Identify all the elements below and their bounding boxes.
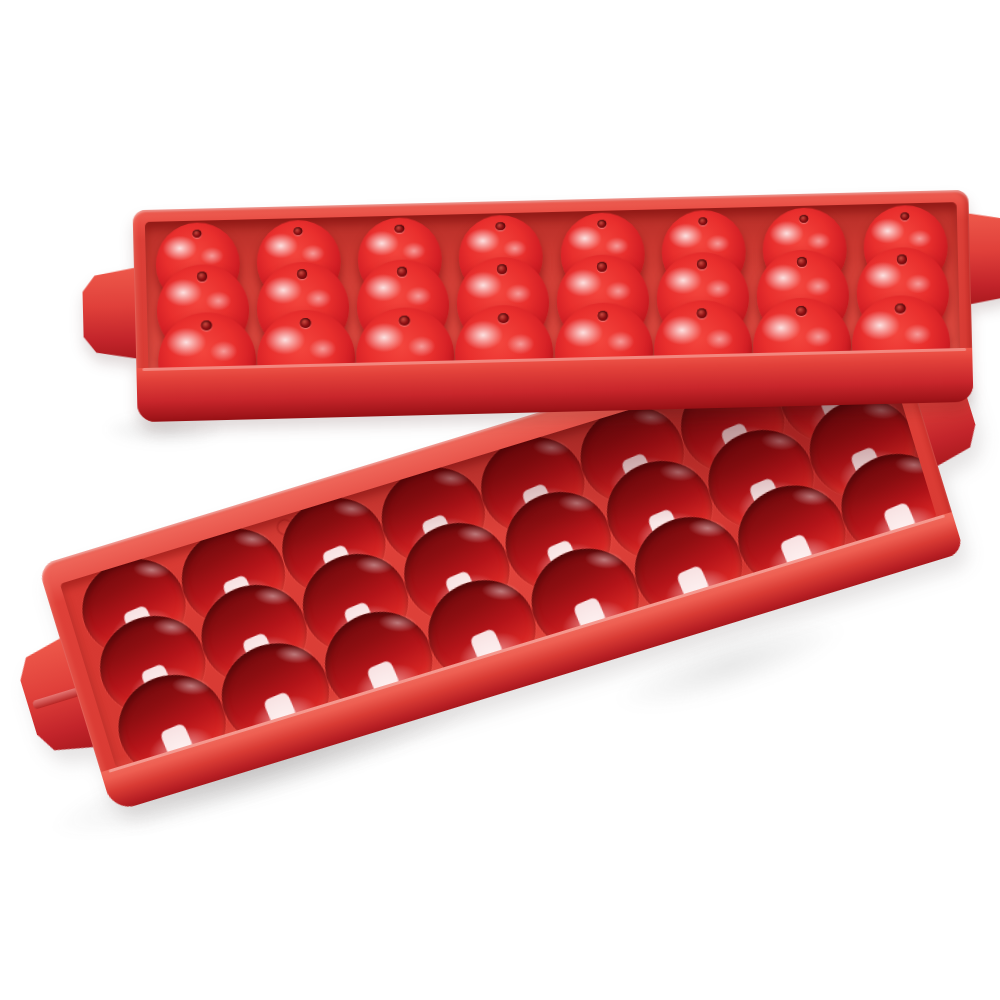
product-photo — [0, 0, 1000, 1000]
top-tray-floor — [145, 202, 960, 368]
ice-ball-dome-with-fill-hole — [157, 311, 257, 368]
top-tray-body — [133, 190, 974, 422]
ice-ball-tray-top — [133, 190, 974, 422]
ice-ball-dome-with-fill-hole — [256, 309, 356, 368]
ice-ball-dome-with-fill-hole — [355, 306, 455, 367]
ice-ball-dome-with-fill-hole — [454, 304, 554, 368]
handle-ridge — [32, 688, 79, 710]
